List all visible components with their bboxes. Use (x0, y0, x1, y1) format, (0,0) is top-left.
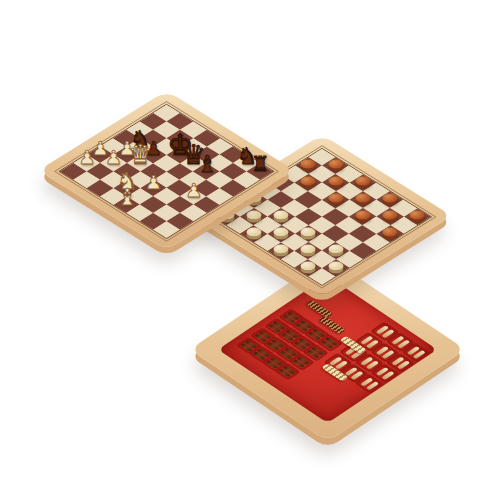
chess-piece-black-bishop: ♝ (197, 153, 218, 176)
checker-light (301, 228, 316, 237)
checker-dark (382, 211, 397, 220)
chess-piece-white-queen: ♛ (128, 141, 152, 168)
checker-dark (355, 194, 370, 203)
chess-piece-white-pawn: ♟ (78, 147, 95, 166)
checker-dark (355, 177, 370, 186)
chess-piece-black-rook: ♜ (251, 154, 270, 175)
checker-dark (382, 194, 397, 203)
chess-piece-white-pawn: ♟ (185, 181, 202, 200)
checker-light (328, 245, 343, 254)
checker-dark (301, 160, 316, 169)
chess-piece-white-pawn: ♟ (105, 147, 122, 166)
checker-light (301, 262, 316, 271)
checker-light (274, 228, 289, 237)
checker-stack-dark (306, 300, 334, 318)
checker-dark (328, 160, 343, 169)
checker-dark (410, 211, 425, 220)
checker-light (247, 228, 262, 237)
checker-dark (328, 194, 343, 203)
checker-light (274, 245, 289, 254)
checker-light (274, 211, 289, 220)
product-photo-scene: ♟♟♟♟♛♞♝♟♟♞♟♚♛♝♞♜ (0, 0, 500, 500)
checker-dark (328, 177, 343, 186)
chess-piece-white-pawn: ♟ (145, 172, 162, 191)
checker-light (328, 262, 343, 271)
checker-light (301, 245, 316, 254)
checker-light (247, 211, 262, 220)
box-felt (218, 276, 437, 423)
checker-dark (301, 177, 316, 186)
checker-dark (355, 211, 370, 220)
checker-dark (382, 228, 397, 237)
chess-piece-white-bishop: ♝ (117, 186, 138, 209)
